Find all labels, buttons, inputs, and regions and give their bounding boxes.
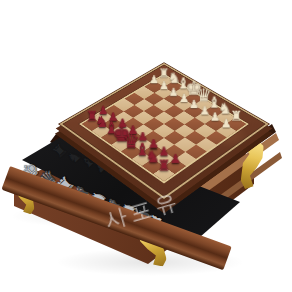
piece-red-rook-a8[interactable]: ♜ <box>157 158 170 173</box>
piece-white-pawn-d2[interactable]: ♟ <box>189 99 199 110</box>
piece-white-pawn-h2[interactable]: ♟ <box>149 75 159 86</box>
piece-white-pawn-e2[interactable]: ♟ <box>179 93 189 104</box>
product-photo: ♜♞♝♟♟ ♚♛♜♝♞♝♞♟♟ ♜♞♝♚♛♝♞♜♟♟♟♟♟♟♟♟♟♟♟♟♟♟♟♟… <box>0 0 292 292</box>
piece-white-pawn-g2[interactable]: ♟ <box>159 81 169 92</box>
piece-red-pawn-a7[interactable]: ♟ <box>169 153 180 165</box>
piece-white-pawn-b2[interactable]: ♟ <box>210 112 220 124</box>
piece-white-pawn-f2[interactable]: ♟ <box>169 87 179 98</box>
piece-white-pawn-a2[interactable]: ♟ <box>221 118 231 130</box>
piece-white-pawn-c2[interactable]: ♟ <box>200 105 210 116</box>
piece-white-rook-a1[interactable]: ♜ <box>230 110 242 124</box>
